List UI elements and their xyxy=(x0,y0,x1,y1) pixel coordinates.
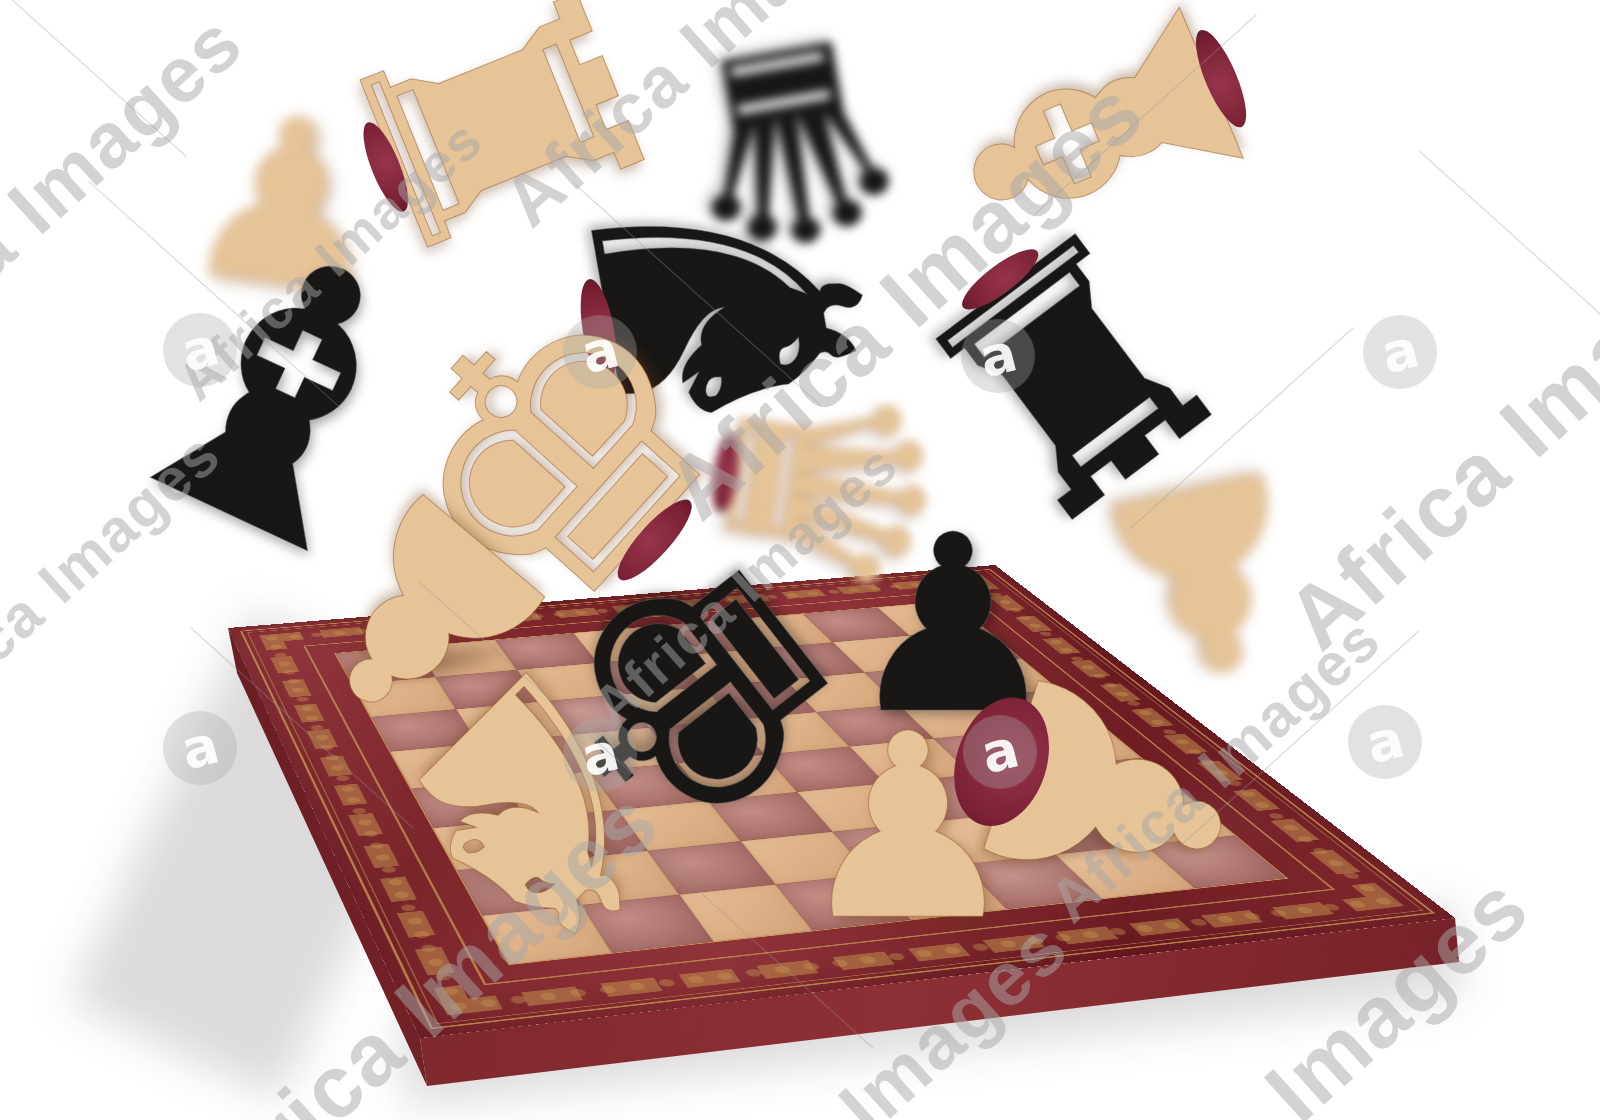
falling-chess-scene: ♟♜♛♝♞♝♚♛♜♟♟♚♟♞♟♟ Africa ImagesAfrica Ima… xyxy=(0,0,1600,1120)
piece-layer: ♟♜♛♝♞♝♚♛♜♟♟♚♟♞♟♟ xyxy=(0,0,1600,1120)
